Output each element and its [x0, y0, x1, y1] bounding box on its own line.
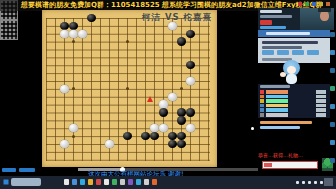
black-stone — [60, 22, 69, 30]
taskbar-app-icon[interactable] — [136, 179, 141, 185]
white-stone — [186, 77, 195, 85]
black-stone — [177, 140, 186, 148]
rank-badge — [260, 90, 264, 94]
group-chip[interactable] — [292, 50, 304, 55]
webcam-panel — [258, 8, 334, 30]
taskbar-app-icon[interactable] — [72, 179, 77, 185]
taskbar-app-icon[interactable] — [80, 179, 85, 185]
taskbar-app-icon[interactable] — [112, 179, 117, 185]
black-stone — [186, 30, 195, 38]
rank-value — [316, 99, 326, 103]
dock-icon[interactable] — [330, 68, 335, 73]
app-icon[interactable] — [312, 2, 316, 6]
black-stone — [186, 61, 195, 69]
white-stone — [69, 30, 78, 38]
tray-icon[interactable] — [314, 181, 317, 184]
app-icon[interactable] — [326, 2, 330, 6]
rank-name — [266, 104, 288, 108]
dock-icon[interactable] — [330, 158, 335, 163]
rank-name — [266, 90, 288, 94]
ranking-panel — [258, 84, 330, 118]
taskbar-app-icon[interactable] — [64, 179, 69, 185]
tray-icon[interactable] — [296, 181, 299, 184]
stream-screenshot: 想要棋谱的朋友免费加Q群：1105418525 想系统学习围棋的朋友ad2加微信… — [0, 0, 336, 189]
move-marker — [147, 96, 153, 102]
tray-icon[interactable] — [308, 181, 311, 184]
group-chip[interactable] — [262, 50, 274, 55]
taskbar-app-icon[interactable] — [104, 179, 109, 185]
black-stone — [168, 140, 177, 148]
rank-value — [316, 95, 326, 99]
rank-name — [266, 99, 288, 103]
white-stone — [159, 124, 168, 132]
rank-badge — [260, 108, 264, 112]
chat-input[interactable] — [262, 161, 318, 169]
tray-icon[interactable] — [302, 181, 305, 184]
stream-tag — [19, 168, 35, 172]
app-icon[interactable] — [319, 2, 323, 6]
search-box[interactable] — [11, 178, 41, 186]
black-stone — [177, 37, 186, 45]
taskbar-app-icon[interactable] — [120, 179, 125, 185]
start-button[interactable] — [3, 179, 9, 185]
rank-value — [316, 104, 326, 108]
app-icon[interactable] — [298, 2, 302, 6]
rank-value — [316, 108, 326, 112]
rank-badge — [260, 99, 264, 103]
announcement — [258, 120, 330, 130]
rank-badge — [260, 113, 264, 117]
black-stone — [141, 132, 150, 140]
star-point — [72, 135, 75, 138]
taskbar-app-icon[interactable] — [144, 179, 149, 185]
black-stone — [123, 132, 132, 140]
live-badge — [260, 20, 272, 25]
qr-code — [0, 20, 18, 40]
mascot-avatar — [280, 60, 306, 87]
rank-badge — [260, 104, 264, 108]
tray-icon[interactable] — [320, 181, 323, 184]
player-names: 柯洁 VS 柁嘉熹 — [142, 12, 212, 24]
black-stone — [177, 116, 186, 124]
rank-value — [316, 113, 326, 117]
dock-icon[interactable] — [330, 140, 335, 145]
taskbar-app-icon[interactable] — [128, 179, 133, 185]
white-stone — [78, 30, 87, 38]
group-chip[interactable] — [307, 50, 319, 55]
white-stone — [60, 85, 69, 93]
rank-name — [266, 95, 288, 99]
star-point — [72, 40, 75, 43]
black-stone — [159, 108, 168, 116]
group-banner[interactable] — [258, 30, 330, 37]
tray-clock — [324, 178, 333, 186]
dock-icon[interactable] — [330, 86, 335, 91]
black-stone — [69, 22, 78, 30]
white-stone — [60, 30, 69, 38]
group-chip[interactable] — [277, 50, 289, 55]
stream-tag — [2, 168, 16, 172]
rank-badge — [260, 95, 264, 99]
dock-icon[interactable] — [330, 50, 335, 55]
app-icon[interactable] — [305, 2, 309, 6]
star-point — [126, 40, 129, 43]
taskbar — [0, 176, 336, 189]
white-stone — [168, 93, 177, 101]
black-stone — [150, 132, 159, 140]
dock-icon[interactable] — [330, 104, 335, 109]
gift-marquee: 恭喜…获得…礼物… — [258, 152, 332, 158]
white-stone — [105, 140, 114, 148]
black-stone — [87, 14, 96, 22]
taskbar-app-icon[interactable] — [96, 179, 101, 185]
taskbar-app-icon[interactable] — [152, 179, 157, 185]
dock-icon[interactable] — [330, 32, 335, 37]
mouse-cursor — [251, 127, 254, 130]
taskbar-app-icon[interactable] — [88, 179, 93, 185]
white-stone — [60, 140, 69, 148]
go-board[interactable] — [42, 10, 217, 167]
rank-value — [316, 90, 326, 94]
rank-name — [266, 113, 288, 117]
white-stone — [186, 124, 195, 132]
white-stone — [69, 124, 78, 132]
dock-icon[interactable] — [330, 122, 335, 127]
rank-name — [266, 108, 288, 112]
black-stone — [186, 108, 195, 116]
